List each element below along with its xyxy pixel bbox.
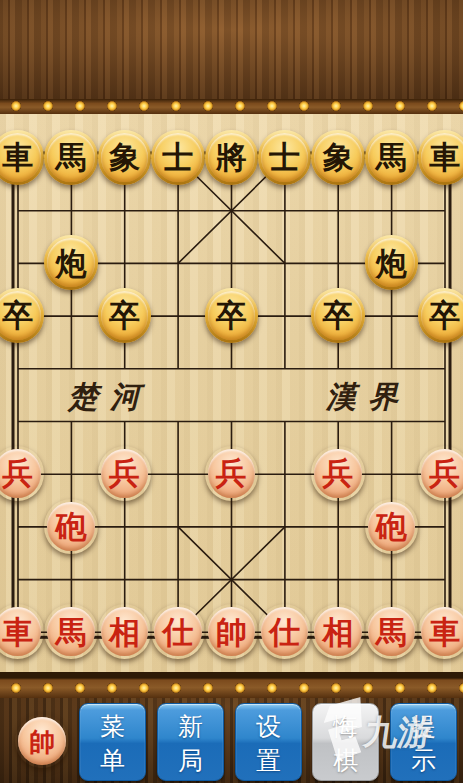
piece-red-soldier[interactable]: 兵 (0, 446, 44, 501)
piece-glyph: 兵 (109, 457, 140, 489)
piece-glyph: 象 (109, 141, 140, 173)
piece-glyph: 卒 (216, 299, 247, 331)
wood-frame-top (0, 0, 463, 99)
piece-glyph: 士 (162, 141, 193, 173)
piece-layer: 車馬象士將士象馬車炮炮卒卒卒卒卒兵兵兵兵兵砲砲車馬相仕帥仕相馬車 (0, 131, 463, 658)
piece-red-cannon[interactable]: 砲 (44, 499, 97, 554)
piece-black-soldier[interactable]: 卒 (0, 288, 44, 343)
settings-button-label: 设置 (254, 710, 284, 778)
piece-black-soldier[interactable]: 卒 (98, 288, 151, 343)
hint-button-label: 提示 (409, 710, 439, 778)
piece-glyph: 炮 (56, 247, 87, 279)
piece-glyph: 卒 (322, 299, 353, 331)
piece-glyph: 仕 (162, 616, 193, 648)
piece-red-horse[interactable]: 馬 (44, 604, 97, 659)
piece-black-elephant[interactable]: 象 (311, 130, 364, 185)
piece-black-general[interactable]: 將 (205, 130, 258, 185)
piece-glyph: 兵 (216, 457, 247, 489)
piece-black-advisor[interactable]: 士 (151, 130, 204, 185)
piece-glyph: 卒 (109, 299, 140, 331)
xiangqi-app: 楚河 漢界 車馬象士將士象馬車炮炮卒卒卒卒卒兵兵兵兵兵砲砲車馬相仕帥仕相馬車 帥… (0, 0, 463, 783)
piece-glyph: 兵 (429, 457, 460, 489)
piece-red-elephant[interactable]: 相 (98, 604, 151, 659)
piece-red-advisor[interactable]: 仕 (151, 604, 204, 659)
menu-button-label: 菜单 (98, 710, 128, 778)
piece-red-elephant[interactable]: 相 (311, 604, 364, 659)
piece-glyph: 馬 (56, 141, 87, 173)
piece-glyph: 士 (269, 141, 300, 173)
new-game-button-label: 新局 (176, 710, 206, 778)
piece-glyph: 砲 (56, 510, 87, 542)
turn-indicator-piece: 帥 (15, 714, 69, 768)
piece-glyph: 車 (429, 616, 460, 648)
piece-glyph: 仕 (269, 616, 300, 648)
menu-button[interactable]: 菜单 (79, 703, 146, 781)
piece-glyph: 砲 (376, 510, 407, 542)
piece-red-soldier[interactable]: 兵 (205, 446, 258, 501)
piece-glyph: 車 (429, 141, 460, 173)
piece-black-horse[interactable]: 馬 (365, 130, 418, 185)
piece-black-cannon[interactable]: 炮 (44, 235, 97, 290)
piece-red-advisor[interactable]: 仕 (258, 604, 311, 659)
piece-red-chariot[interactable]: 車 (0, 604, 44, 659)
piece-glyph: 馬 (376, 141, 407, 173)
piece-glyph: 馬 (56, 616, 87, 648)
piece-black-soldier[interactable]: 卒 (418, 288, 463, 343)
undo-move-button-label: 悔棋 (331, 710, 361, 778)
piece-black-chariot[interactable]: 車 (418, 130, 463, 185)
piece-black-soldier[interactable]: 卒 (205, 288, 258, 343)
piece-glyph: 帥 (216, 616, 247, 648)
piece-glyph: 將 (216, 141, 247, 173)
settings-button[interactable]: 设置 (235, 703, 302, 781)
stud-rail-top (0, 99, 463, 114)
piece-black-soldier[interactable]: 卒 (311, 288, 364, 343)
piece-glyph: 兵 (2, 457, 33, 489)
turn-indicator-glyph: 帥 (29, 728, 55, 755)
piece-black-elephant[interactable]: 象 (98, 130, 151, 185)
piece-glyph: 卒 (429, 299, 460, 331)
piece-glyph: 炮 (376, 247, 407, 279)
new-game-button[interactable]: 新局 (157, 703, 224, 781)
undo-move-button[interactable]: 悔棋 (312, 703, 379, 781)
piece-red-general[interactable]: 帥 (205, 604, 258, 659)
piece-glyph: 車 (2, 616, 33, 648)
piece-black-advisor[interactable]: 士 (258, 130, 311, 185)
piece-glyph: 馬 (376, 616, 407, 648)
stud-rail-bottom (0, 672, 463, 698)
piece-black-chariot[interactable]: 車 (0, 130, 44, 185)
piece-black-horse[interactable]: 馬 (44, 130, 97, 185)
piece-glyph: 相 (109, 616, 140, 648)
piece-red-chariot[interactable]: 車 (418, 604, 463, 659)
piece-glyph: 相 (322, 616, 353, 648)
piece-red-horse[interactable]: 馬 (365, 604, 418, 659)
piece-red-soldier[interactable]: 兵 (98, 446, 151, 501)
piece-glyph: 兵 (322, 457, 353, 489)
piece-glyph: 卒 (2, 299, 33, 331)
piece-red-soldier[interactable]: 兵 (418, 446, 463, 501)
hint-button[interactable]: 提示 (390, 703, 457, 781)
piece-glyph: 車 (2, 141, 33, 173)
piece-red-cannon[interactable]: 砲 (365, 499, 418, 554)
piece-black-cannon[interactable]: 炮 (365, 235, 418, 290)
piece-glyph: 象 (322, 141, 353, 173)
piece-red-soldier[interactable]: 兵 (311, 446, 364, 501)
